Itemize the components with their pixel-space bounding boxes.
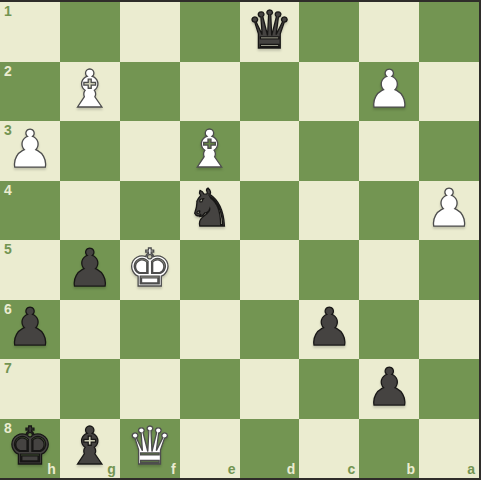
- square-g2[interactable]: ♝: [60, 62, 120, 122]
- square-a3[interactable]: [419, 121, 479, 181]
- square-a2[interactable]: [419, 62, 479, 122]
- square-a8[interactable]: a: [419, 419, 479, 479]
- white-pawn-b2[interactable]: ♟: [366, 63, 413, 115]
- white-pawn-a4[interactable]: ♟: [426, 182, 473, 234]
- file-label-d: d: [287, 462, 296, 476]
- square-c6[interactable]: ♟: [299, 300, 359, 360]
- square-b6[interactable]: [359, 300, 419, 360]
- square-c3[interactable]: [299, 121, 359, 181]
- square-g6[interactable]: [60, 300, 120, 360]
- square-c2[interactable]: [299, 62, 359, 122]
- black-knight-e4[interactable]: ♞: [186, 182, 233, 234]
- square-b2[interactable]: ♟: [359, 62, 419, 122]
- rank-label-2: 2: [4, 64, 12, 78]
- rank-label-4: 4: [4, 183, 12, 197]
- square-g1[interactable]: [60, 2, 120, 62]
- file-label-b: b: [407, 462, 416, 476]
- white-bishop-e3[interactable]: ♝: [186, 123, 233, 175]
- square-e1[interactable]: [180, 2, 240, 62]
- square-f5[interactable]: ♚: [120, 240, 180, 300]
- square-b7[interactable]: ♟: [359, 359, 419, 419]
- square-e7[interactable]: [180, 359, 240, 419]
- rank-label-3: 3: [4, 123, 12, 137]
- square-b4[interactable]: [359, 181, 419, 241]
- square-a1[interactable]: [419, 2, 479, 62]
- file-label-g: g: [107, 462, 116, 476]
- chess-board: 1♛2♝♟3♟♝4♞♟5♟♚6♟♟7♟8h♚g♝f♛edcba: [0, 2, 479, 478]
- square-a5[interactable]: [419, 240, 479, 300]
- square-h8[interactable]: 8h♚: [0, 419, 60, 479]
- square-b3[interactable]: [359, 121, 419, 181]
- square-f4[interactable]: [120, 181, 180, 241]
- rank-label-6: 6: [4, 302, 12, 316]
- rank-label-1: 1: [4, 4, 12, 18]
- square-a4[interactable]: ♟: [419, 181, 479, 241]
- file-label-f: f: [171, 462, 176, 476]
- square-d1[interactable]: ♛: [240, 2, 300, 62]
- square-g3[interactable]: [60, 121, 120, 181]
- square-c7[interactable]: [299, 359, 359, 419]
- square-d7[interactable]: [240, 359, 300, 419]
- file-label-c: c: [347, 462, 355, 476]
- square-e3[interactable]: ♝: [180, 121, 240, 181]
- white-pawn-h3[interactable]: ♟: [7, 123, 54, 175]
- square-e4[interactable]: ♞: [180, 181, 240, 241]
- square-c5[interactable]: [299, 240, 359, 300]
- square-d8[interactable]: d: [240, 419, 300, 479]
- square-b8[interactable]: b: [359, 419, 419, 479]
- rank-label-7: 7: [4, 361, 12, 375]
- square-h3[interactable]: 3♟: [0, 121, 60, 181]
- square-a6[interactable]: [419, 300, 479, 360]
- square-d5[interactable]: [240, 240, 300, 300]
- square-c4[interactable]: [299, 181, 359, 241]
- rank-label-5: 5: [4, 242, 12, 256]
- square-e5[interactable]: [180, 240, 240, 300]
- black-pawn-h6[interactable]: ♟: [7, 301, 54, 353]
- black-pawn-b7[interactable]: ♟: [366, 361, 413, 413]
- square-f1[interactable]: [120, 2, 180, 62]
- black-pawn-c6[interactable]: ♟: [306, 301, 353, 353]
- black-pawn-g5[interactable]: ♟: [67, 242, 114, 294]
- square-c1[interactable]: [299, 2, 359, 62]
- square-b5[interactable]: [359, 240, 419, 300]
- square-g4[interactable]: [60, 181, 120, 241]
- square-c8[interactable]: c: [299, 419, 359, 479]
- square-f7[interactable]: [120, 359, 180, 419]
- file-label-e: e: [228, 462, 236, 476]
- square-d6[interactable]: [240, 300, 300, 360]
- white-queen-f8[interactable]: ♛: [126, 420, 173, 472]
- square-h6[interactable]: 6♟: [0, 300, 60, 360]
- square-e2[interactable]: [180, 62, 240, 122]
- square-e6[interactable]: [180, 300, 240, 360]
- square-g5[interactable]: ♟: [60, 240, 120, 300]
- square-f3[interactable]: [120, 121, 180, 181]
- square-d4[interactable]: [240, 181, 300, 241]
- black-queen-d1[interactable]: ♛: [246, 4, 293, 56]
- black-bishop-g8[interactable]: ♝: [67, 420, 114, 472]
- black-king-h8[interactable]: ♚: [7, 420, 54, 472]
- square-b1[interactable]: [359, 2, 419, 62]
- file-label-h: h: [47, 462, 56, 476]
- square-h2[interactable]: 2: [0, 62, 60, 122]
- square-a7[interactable]: [419, 359, 479, 419]
- square-f8[interactable]: f♛: [120, 419, 180, 479]
- square-d3[interactable]: [240, 121, 300, 181]
- square-f6[interactable]: [120, 300, 180, 360]
- square-g8[interactable]: g♝: [60, 419, 120, 479]
- square-h1[interactable]: 1: [0, 2, 60, 62]
- square-g7[interactable]: [60, 359, 120, 419]
- square-e8[interactable]: e: [180, 419, 240, 479]
- square-d2[interactable]: [240, 62, 300, 122]
- rank-label-8: 8: [4, 421, 12, 435]
- chess-app-window: 1♛2♝♟3♟♝4♞♟5♟♚6♟♟7♟8h♚g♝f♛edcba: [0, 0, 481, 480]
- white-king-f5[interactable]: ♚: [126, 242, 173, 294]
- white-bishop-g2[interactable]: ♝: [67, 63, 114, 115]
- square-h5[interactable]: 5: [0, 240, 60, 300]
- square-h4[interactable]: 4: [0, 181, 60, 241]
- square-h7[interactable]: 7: [0, 359, 60, 419]
- square-f2[interactable]: [120, 62, 180, 122]
- file-label-a: a: [467, 462, 475, 476]
